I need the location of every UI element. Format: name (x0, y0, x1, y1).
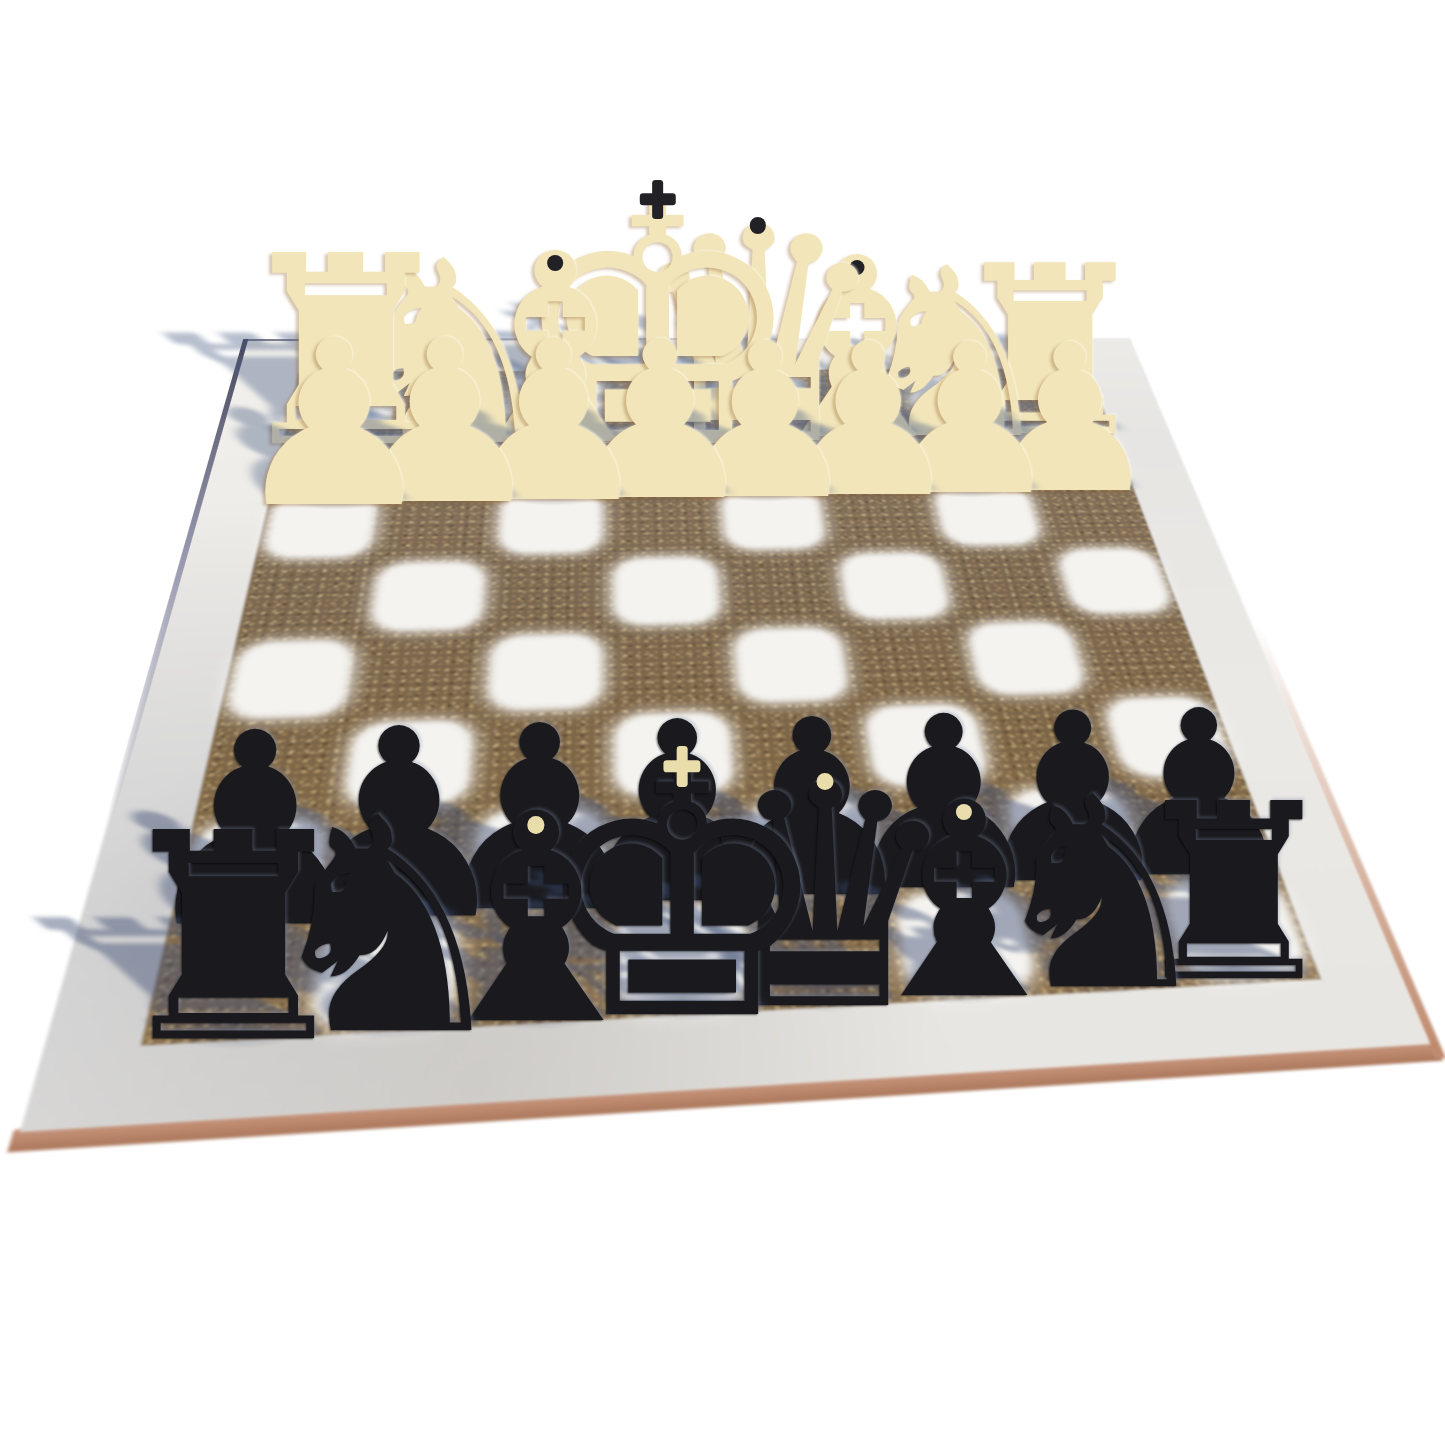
piece-finial (664, 746, 701, 787)
piece-glyph: ♜ (105, 796, 362, 1083)
pieces-layer: ♜♜♞♞♝♝♛♛♚♚♝♝♞♞♜♜♟♟♟♟♟♟♟♟♟♟♟♟♟♟♟♟♟♟♟♟♟♟♟♟… (0, 0, 1445, 1445)
piece-glyph: ♟ (231, 310, 437, 540)
chessboard-photo-scene: ♜♜♞♞♝♝♛♛♚♚♝♝♞♞♜♜♟♟♟♟♟♟♟♟♟♟♟♟♟♟♟♟♟♟♟♟♟♟♟♟… (0, 0, 1445, 1445)
